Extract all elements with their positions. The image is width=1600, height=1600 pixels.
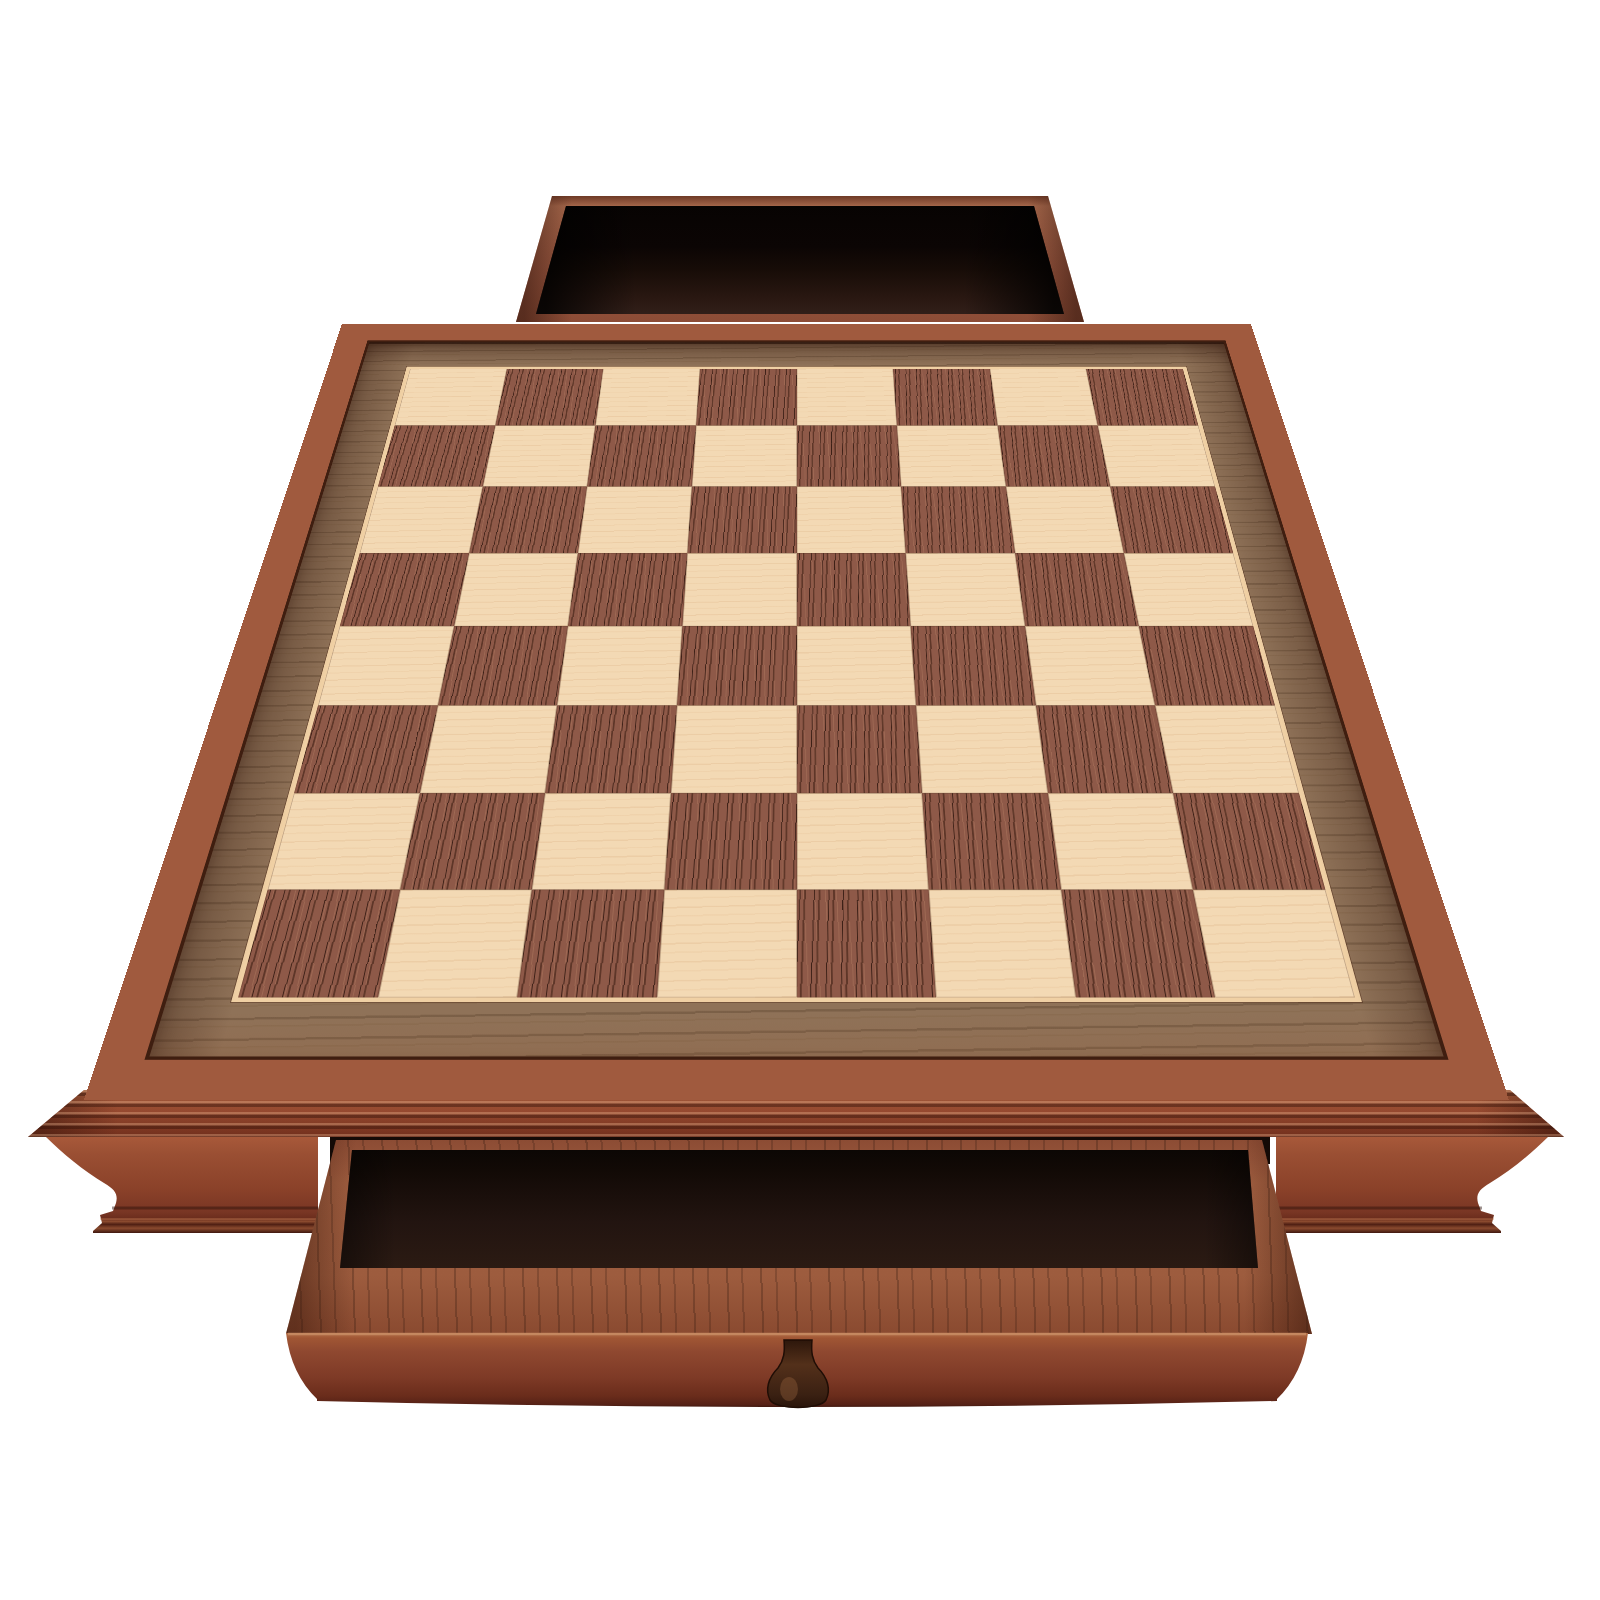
product-photo-scene <box>0 0 1600 1600</box>
square-c3 <box>545 705 677 793</box>
top-drawer <box>516 196 1084 322</box>
square-d5 <box>682 553 796 626</box>
square-a4 <box>318 626 454 706</box>
bottom-drawer-front-face <box>286 1333 1308 1407</box>
square-e4 <box>797 626 917 706</box>
square-e3 <box>797 705 923 793</box>
square-e6 <box>797 487 906 554</box>
square-d7 <box>692 425 797 486</box>
case-side-right <box>1276 1137 1548 1233</box>
square-f8 <box>893 369 997 426</box>
square-d4 <box>677 626 797 706</box>
square-a6 <box>360 487 483 554</box>
case-side-left <box>46 1137 318 1233</box>
square-h5 <box>1124 553 1253 626</box>
square-g8 <box>990 369 1098 426</box>
square-h7 <box>1098 425 1215 486</box>
square-f7 <box>897 425 1006 486</box>
square-d3 <box>671 705 797 793</box>
square-c5 <box>568 553 687 626</box>
square-c8 <box>596 369 700 426</box>
square-a1 <box>238 890 400 998</box>
square-e1 <box>797 890 937 998</box>
square-g4 <box>1025 626 1156 706</box>
square-d6 <box>687 487 796 554</box>
square-b5 <box>454 553 578 626</box>
square-g1 <box>1061 890 1215 998</box>
drawer-knob <box>768 1340 829 1408</box>
top-drawer-felt-interior <box>516 196 1084 322</box>
square-e5 <box>797 553 911 626</box>
square-h2 <box>1173 793 1325 890</box>
square-f1 <box>929 890 1076 998</box>
square-e2 <box>797 793 929 890</box>
square-b8 <box>495 369 603 426</box>
chess-board <box>84 324 1509 1100</box>
square-c4 <box>557 626 682 706</box>
square-c6 <box>578 487 692 554</box>
square-d2 <box>664 793 796 890</box>
square-d8 <box>696 369 796 426</box>
bottom-drawer-felt-interior <box>286 1140 1314 1334</box>
square-b1 <box>378 890 532 998</box>
square-f2 <box>922 793 1061 890</box>
square-a5 <box>340 553 469 626</box>
square-h6 <box>1110 487 1233 554</box>
square-g7 <box>997 425 1110 486</box>
square-g6 <box>1006 487 1124 554</box>
square-g3 <box>1036 705 1174 793</box>
square-g5 <box>1015 553 1139 626</box>
square-h1 <box>1193 890 1355 998</box>
square-c1 <box>517 890 664 998</box>
square-a2 <box>268 793 420 890</box>
frame-far-edge-chamfer <box>369 342 1224 344</box>
square-f3 <box>916 705 1048 793</box>
square-h8 <box>1086 369 1198 426</box>
square-a8 <box>395 369 507 426</box>
board-border-maple-line <box>231 367 1362 1003</box>
square-e8 <box>797 369 897 426</box>
square-c7 <box>587 425 696 486</box>
square-b3 <box>420 705 558 793</box>
square-f5 <box>906 553 1025 626</box>
square-f6 <box>901 487 1015 554</box>
square-a3 <box>294 705 438 793</box>
square-b2 <box>400 793 545 890</box>
board-grid <box>238 369 1355 998</box>
square-h4 <box>1139 626 1275 706</box>
square-a7 <box>378 425 495 486</box>
square-b6 <box>469 487 587 554</box>
square-b4 <box>438 626 569 706</box>
square-f4 <box>911 626 1036 706</box>
bottom-drawer <box>286 1140 1314 1334</box>
square-e7 <box>797 425 902 486</box>
square-g2 <box>1048 793 1193 890</box>
board-border-walnut <box>149 342 1443 1057</box>
square-h3 <box>1155 705 1299 793</box>
square-d1 <box>657 890 797 998</box>
square-b7 <box>483 425 596 486</box>
square-c2 <box>532 793 671 890</box>
